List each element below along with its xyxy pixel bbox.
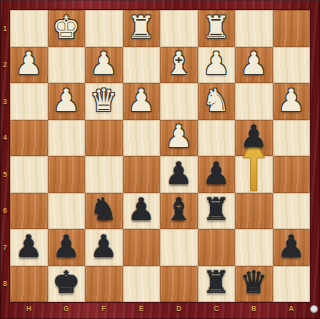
- square-h6[interactable]: [10, 193, 48, 230]
- square-d3[interactable]: [160, 83, 198, 120]
- piece-black-pawn-a7[interactable]: ♟: [277, 231, 305, 264]
- rank-label-5: 5: [0, 156, 10, 193]
- square-e8[interactable]: [123, 266, 161, 303]
- square-b4[interactable]: ♟: [235, 120, 273, 157]
- rank-label-1: 1: [0, 10, 10, 47]
- piece-white-rook-c1[interactable]: ♜: [202, 12, 230, 45]
- square-a3[interactable]: ♟: [273, 83, 311, 120]
- square-f7[interactable]: ♟: [85, 229, 123, 266]
- rank-label-4: 4: [0, 120, 10, 157]
- square-d7[interactable]: [160, 229, 198, 266]
- square-f5[interactable]: [85, 156, 123, 193]
- file-label-h: H: [10, 302, 48, 319]
- piece-black-knight-f6[interactable]: ♞: [90, 194, 118, 227]
- piece-white-pawn-g3[interactable]: ♟: [52, 85, 80, 118]
- piece-black-pawn-b4[interactable]: ♟: [240, 121, 268, 154]
- file-label-a: A: [273, 302, 311, 319]
- rank-label-3: 3: [0, 83, 10, 120]
- square-c8[interactable]: ♜: [198, 266, 236, 303]
- piece-white-pawn-d4[interactable]: ♟: [165, 121, 193, 154]
- piece-white-knight-c3[interactable]: ♞: [202, 85, 230, 118]
- piece-white-pawn-b2[interactable]: ♟: [240, 48, 268, 81]
- square-c7[interactable]: [198, 229, 236, 266]
- rank-label-6: 6: [0, 193, 10, 230]
- file-label-g: G: [48, 302, 86, 319]
- square-a5[interactable]: [273, 156, 311, 193]
- piece-white-rook-e1[interactable]: ♜: [127, 12, 155, 45]
- file-label-f: F: [85, 302, 123, 319]
- file-label-c: C: [198, 302, 236, 319]
- square-f1[interactable]: [85, 10, 123, 47]
- square-b5[interactable]: [235, 156, 273, 193]
- square-e3[interactable]: ♟: [123, 83, 161, 120]
- square-f2[interactable]: ♟: [85, 47, 123, 84]
- square-a8[interactable]: [273, 266, 311, 303]
- piece-black-queen-b8[interactable]: ♛: [240, 267, 268, 300]
- piece-white-bishop-d2[interactable]: ♝: [165, 48, 193, 81]
- square-h3[interactable]: [10, 83, 48, 120]
- square-a4[interactable]: [273, 120, 311, 157]
- square-e2[interactable]: [123, 47, 161, 84]
- square-a7[interactable]: ♟: [273, 229, 311, 266]
- square-f8[interactable]: [85, 266, 123, 303]
- piece-white-pawn-a3[interactable]: ♟: [277, 85, 305, 118]
- square-b8[interactable]: ♛: [235, 266, 273, 303]
- piece-black-pawn-e6[interactable]: ♟: [127, 194, 155, 227]
- square-f4[interactable]: [85, 120, 123, 157]
- square-g8[interactable]: ♚: [48, 266, 86, 303]
- piece-black-pawn-c5[interactable]: ♟: [202, 158, 230, 191]
- square-b1[interactable]: [235, 10, 273, 47]
- resize-handle[interactable]: [310, 305, 318, 313]
- square-g5[interactable]: [48, 156, 86, 193]
- square-h8[interactable]: [10, 266, 48, 303]
- square-d6[interactable]: ♝: [160, 193, 198, 230]
- file-label-b: B: [235, 302, 273, 319]
- square-a1[interactable]: [273, 10, 311, 47]
- square-b7[interactable]: [235, 229, 273, 266]
- square-g3[interactable]: ♟: [48, 83, 86, 120]
- piece-black-rook-c8[interactable]: ♜: [202, 267, 230, 300]
- square-e4[interactable]: [123, 120, 161, 157]
- square-a2[interactable]: [273, 47, 311, 84]
- piece-black-rook-c6[interactable]: ♜: [202, 194, 230, 227]
- square-c6[interactable]: ♜: [198, 193, 236, 230]
- square-b6[interactable]: [235, 193, 273, 230]
- square-h1[interactable]: [10, 10, 48, 47]
- piece-black-pawn-d5[interactable]: ♟: [165, 158, 193, 191]
- piece-white-pawn-h2[interactable]: ♟: [15, 48, 43, 81]
- square-d4[interactable]: ♟: [160, 120, 198, 157]
- rank-label-2: 2: [0, 47, 10, 84]
- square-d5[interactable]: ♟: [160, 156, 198, 193]
- rank-label-8: 8: [0, 266, 10, 303]
- piece-white-pawn-c2[interactable]: ♟: [202, 48, 230, 81]
- rank-label-7: 7: [0, 229, 10, 266]
- square-h2[interactable]: ♟: [10, 47, 48, 84]
- square-c4[interactable]: [198, 120, 236, 157]
- square-g4[interactable]: [48, 120, 86, 157]
- file-label-e: E: [123, 302, 161, 319]
- square-f3[interactable]: ♛: [85, 83, 123, 120]
- square-h7[interactable]: ♟: [10, 229, 48, 266]
- square-g6[interactable]: [48, 193, 86, 230]
- square-e5[interactable]: [123, 156, 161, 193]
- piece-black-bishop-d6[interactable]: ♝: [165, 194, 193, 227]
- piece-white-queen-f3[interactable]: ♛: [90, 85, 118, 118]
- square-h4[interactable]: [10, 120, 48, 157]
- square-d1[interactable]: [160, 10, 198, 47]
- square-c2[interactable]: ♟: [198, 47, 236, 84]
- chess-board[interactable]: ♚♜♜♟♟♝♟♟♟♛♟♞♟♟♟♟♟♞♟♝♜♟♟♟♟♚♜♛: [10, 10, 310, 302]
- chess-board-frame: ♚♜♜♟♟♝♟♟♟♛♟♞♟♟♟♟♟♞♟♝♜♟♟♟♟♚♜♛ 12345678 HG…: [0, 0, 320, 319]
- square-f6[interactable]: ♞: [85, 193, 123, 230]
- square-c3[interactable]: ♞: [198, 83, 236, 120]
- piece-black-pawn-h7[interactable]: ♟: [15, 231, 43, 264]
- square-b3[interactable]: [235, 83, 273, 120]
- square-e7[interactable]: [123, 229, 161, 266]
- square-e1[interactable]: ♜: [123, 10, 161, 47]
- square-b2[interactable]: ♟: [235, 47, 273, 84]
- rank-labels: 12345678: [0, 10, 10, 302]
- piece-white-king-g1[interactable]: ♚: [52, 12, 80, 45]
- square-g1[interactable]: ♚: [48, 10, 86, 47]
- piece-black-pawn-g7[interactable]: ♟: [52, 231, 80, 264]
- piece-black-king-g8[interactable]: ♚: [52, 267, 80, 300]
- piece-black-pawn-f7[interactable]: ♟: [90, 231, 118, 264]
- square-e6[interactable]: ♟: [123, 193, 161, 230]
- square-c5[interactable]: ♟: [198, 156, 236, 193]
- piece-white-pawn-e3[interactable]: ♟: [127, 85, 155, 118]
- file-labels: HGFEDCBA: [10, 302, 310, 319]
- square-c1[interactable]: ♜: [198, 10, 236, 47]
- square-h5[interactable]: [10, 156, 48, 193]
- square-d8[interactable]: [160, 266, 198, 303]
- piece-white-pawn-f2[interactable]: ♟: [90, 48, 118, 81]
- square-g2[interactable]: [48, 47, 86, 84]
- file-label-d: D: [160, 302, 198, 319]
- square-a6[interactable]: [273, 193, 311, 230]
- square-d2[interactable]: ♝: [160, 47, 198, 84]
- square-g7[interactable]: ♟: [48, 229, 86, 266]
